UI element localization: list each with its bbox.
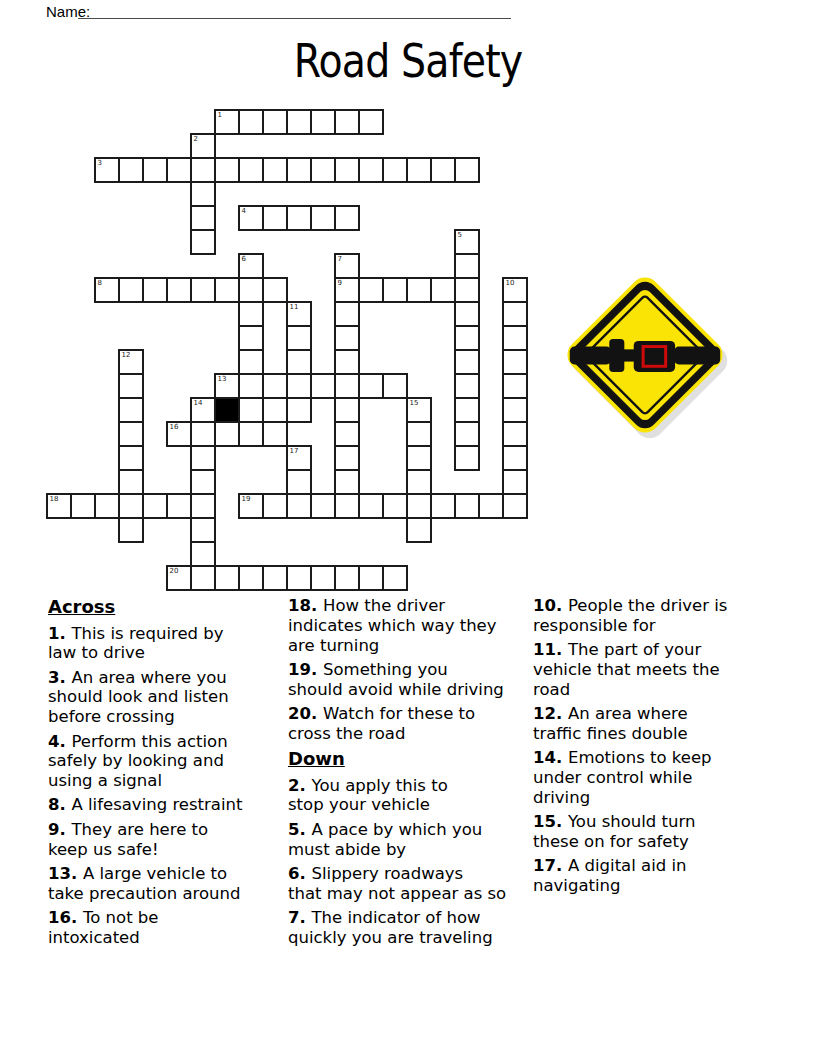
clue-19: 19. Something you should avoid while dri…: [288, 660, 543, 700]
grid-cell-r9c19[interactable]: [502, 325, 528, 351]
grid-cell-r16c11[interactable]: [310, 493, 336, 519]
grid-cell-r14c19[interactable]: [502, 445, 528, 471]
grid-cell-r8c17[interactable]: [454, 301, 480, 327]
clue-4: 4. Perform this action safely by looking…: [48, 732, 298, 791]
grid-cell-r7c8[interactable]: [238, 277, 264, 303]
grid-cell-r16c14[interactable]: [382, 493, 408, 519]
grid-cell-r7c14[interactable]: [382, 277, 408, 303]
grid-cell-r2c6[interactable]: [190, 157, 216, 183]
grid-cell-r4c6[interactable]: [190, 205, 216, 231]
clue-number-7: 7: [338, 255, 342, 263]
grid-cell-r8c10[interactable]: 11: [286, 301, 312, 327]
clue-11: 11. The part of your vehicle that meets …: [533, 640, 795, 699]
clues-column-2: 18. How the driver indicates which way t…: [288, 596, 543, 952]
clues-column-3: 10. People the driver is responsible for…: [533, 596, 795, 900]
clue-number-label: 2.: [288, 776, 312, 795]
clue-18: 18. How the driver indicates which way t…: [288, 596, 543, 655]
grid-cell-r2c13[interactable]: [358, 157, 384, 183]
grid-cell-r2c16[interactable]: [430, 157, 456, 183]
grid-cell-r10c19[interactable]: [502, 349, 528, 375]
worksheet-page: { "game": "crossword", "header": { "name…: [0, 0, 816, 1056]
grid-cell-r4c12[interactable]: [334, 205, 360, 231]
grid-cell-r12c6[interactable]: 14: [190, 397, 216, 423]
clue-number-8: 8: [98, 279, 102, 287]
down-heading: Down: [288, 748, 543, 770]
grid-cell-r2c2[interactable]: 3: [94, 157, 120, 183]
grid-cell-r7c6[interactable]: [190, 277, 216, 303]
clue-number-10: 10: [506, 279, 515, 287]
grid-cell-r2c10[interactable]: [286, 157, 312, 183]
across-heading: Across: [48, 596, 298, 618]
grid-cell-r7c5[interactable]: [166, 277, 192, 303]
grid-cell-r15c15[interactable]: [406, 469, 432, 495]
grid-cell-r10c8[interactable]: [238, 349, 264, 375]
grid-cell-r11c11[interactable]: [310, 373, 336, 399]
clue-text: Perform this action safely by looking an…: [48, 732, 228, 791]
grid-cell-r11c9[interactable]: [262, 373, 288, 399]
grid-cell-r14c15[interactable]: [406, 445, 432, 471]
grid-cell-r9c10[interactable]: [286, 325, 312, 351]
grid-cell-r14c17[interactable]: [454, 445, 480, 471]
grid-cell-r10c12[interactable]: [334, 349, 360, 375]
across-clues-list-continued: 18. How the driver indicates which way t…: [288, 596, 543, 744]
grid-cell-r7c7[interactable]: [214, 277, 240, 303]
grid-cell-r13c12[interactable]: [334, 421, 360, 447]
clue-number-11: 11: [290, 303, 299, 311]
grid-cell-r12c19[interactable]: [502, 397, 528, 423]
grid-cell-r19c5[interactable]: 20: [166, 565, 192, 591]
clue-10: 10. People the driver is responsible for: [533, 596, 795, 636]
clue-number-label: 7.: [288, 908, 312, 927]
grid-cell-r17c15[interactable]: [406, 517, 432, 543]
clue-number-label: 4.: [48, 732, 72, 751]
grid-cell-r16c8[interactable]: 19: [238, 493, 264, 519]
grid-cell-r15c19[interactable]: [502, 469, 528, 495]
clue-20: 20. Watch for these to cross the road: [288, 704, 543, 744]
clue-number-9: 9: [338, 279, 342, 287]
clue-number-20: 20: [170, 567, 179, 575]
clue-number-label: 20.: [288, 704, 323, 723]
clue-2: 2. You apply this to stop your vehicle: [288, 776, 543, 816]
grid-cell-r13c7[interactable]: [214, 421, 240, 447]
grid-cell-r12c3[interactable]: [118, 397, 144, 423]
grid-cell-r15c6[interactable]: [190, 469, 216, 495]
clue-number-label: 1.: [48, 624, 72, 643]
clue-number-3: 3: [98, 159, 102, 167]
clue-6: 6. Slippery roadways that may not appear…: [288, 864, 543, 904]
clues-column-1: Across 1. This is required by law to dri…: [48, 596, 298, 952]
grid-cell-r13c8[interactable]: [238, 421, 264, 447]
clue-number-label: 8.: [48, 795, 72, 814]
clue-number-13: 13: [218, 375, 227, 383]
grid-cell-r4c8[interactable]: 4: [238, 205, 264, 231]
grid-cell-r15c3[interactable]: [118, 469, 144, 495]
clue-number-label: 15.: [533, 812, 568, 831]
clue-number-12: 12: [122, 351, 131, 359]
clue-number-label: 19.: [288, 660, 323, 679]
clue-13: 13. A large vehicle to take precaution a…: [48, 864, 298, 904]
grid-cell-r8c8[interactable]: [238, 301, 264, 327]
clue-number-16: 16: [170, 423, 179, 431]
grid-cell-r19c6[interactable]: [190, 565, 216, 591]
grid-cell-r0c7[interactable]: 1: [214, 109, 240, 135]
grid-cell-r13c6[interactable]: [190, 421, 216, 447]
grid-cell-r7c12[interactable]: 9: [334, 277, 360, 303]
clue-number-1: 1: [218, 111, 222, 119]
grid-cell-r5c17[interactable]: 5: [454, 229, 480, 255]
grid-cell-r11c3[interactable]: [118, 373, 144, 399]
down-clues-list-continued: 10. People the driver is responsible for…: [533, 596, 795, 896]
grid-cell-r17c3[interactable]: [118, 517, 144, 543]
name-fill-in-line[interactable]: [78, 2, 511, 19]
grid-cell-r16c16[interactable]: [430, 493, 456, 519]
grid-cell-r14c3[interactable]: [118, 445, 144, 471]
grid-cell-r13c17[interactable]: [454, 421, 480, 447]
grid-cell-r11c10[interactable]: [286, 373, 312, 399]
clue-number-6: 6: [242, 255, 246, 263]
clue-number-19: 19: [242, 495, 251, 503]
grid-cell-r12c12[interactable]: [334, 397, 360, 423]
clue-number-label: 5.: [288, 820, 312, 839]
grid-cell-r2c8[interactable]: [238, 157, 264, 183]
clue-number-label: 12.: [533, 704, 568, 723]
grid-cell-r8c12[interactable]: [334, 301, 360, 327]
grid-cell-r14c6[interactable]: [190, 445, 216, 471]
grid-cell-r2c5[interactable]: [166, 157, 192, 183]
grid-cell-r12c17[interactable]: [454, 397, 480, 423]
grid-cell-r6c17[interactable]: [454, 253, 480, 279]
grid-cell-r11c8[interactable]: [238, 373, 264, 399]
clue-text: The indicator of how quickly you are tra…: [288, 908, 493, 947]
grid-cell-r4c10[interactable]: [286, 205, 312, 231]
clue-number-label: 11.: [533, 640, 568, 659]
clue-text: An area where you should look and listen…: [48, 668, 229, 727]
clue-7: 7. The indicator of how quickly you are …: [288, 908, 543, 948]
clue-number-4: 4: [242, 207, 246, 215]
grid-cell-r7c2[interactable]: 8: [94, 277, 120, 303]
crossword-grid: 1234567891011121314151617181920: [47, 110, 527, 590]
down-clues-list: 2. You apply this to stop your vehicle5.…: [288, 776, 543, 948]
grid-cell-r2c11[interactable]: [310, 157, 336, 183]
grid-cell-r16c5[interactable]: [166, 493, 192, 519]
clue-12: 12. An area where traffic fines double: [533, 704, 795, 744]
grid-cell-r4c9[interactable]: [262, 205, 288, 231]
grid-cell-r0c12[interactable]: [334, 109, 360, 135]
grid-cell-r0c10[interactable]: [286, 109, 312, 135]
clue-number-label: 6.: [288, 864, 312, 883]
grid-cell-r3c6[interactable]: [190, 181, 216, 207]
grid-cell-r19c10[interactable]: [286, 565, 312, 591]
clue-14: 14. Emotions to keep under control while…: [533, 748, 795, 807]
grid-cell-r6c12[interactable]: 7: [334, 253, 360, 279]
grid-cell-r16c4[interactable]: [142, 493, 168, 519]
grid-cell-r2c3[interactable]: [118, 157, 144, 183]
page-title: Road Safety: [65, 34, 750, 88]
grid-cell-r6c8[interactable]: 6: [238, 253, 264, 279]
grid-cell-r8c19[interactable]: [502, 301, 528, 327]
clue-number-label: 16.: [48, 908, 83, 927]
grid-cell-r7c3[interactable]: [118, 277, 144, 303]
grid-cell-r19c7[interactable]: [214, 565, 240, 591]
grid-cell-r16c12[interactable]: [334, 493, 360, 519]
clue-number-label: 13.: [48, 864, 83, 883]
grid-cell-r17c6[interactable]: [190, 517, 216, 543]
grid-cell-r14c12[interactable]: [334, 445, 360, 471]
clue-1: 1. This is required by law to drive: [48, 624, 298, 664]
grid-cell-r11c12[interactable]: [334, 373, 360, 399]
clue-8: 8. A lifesaving restraint: [48, 795, 298, 815]
grid-cell-r12c8[interactable]: [238, 397, 264, 423]
grid-cell-r0c9[interactable]: [262, 109, 288, 135]
clue-number-label: 3.: [48, 668, 72, 687]
grid-cell-r19c11[interactable]: [310, 565, 336, 591]
grid-cell-r2c7[interactable]: [214, 157, 240, 183]
clue-number-14: 14: [194, 399, 203, 407]
grid-cell-r16c2[interactable]: [94, 493, 120, 519]
clue-3: 3. An area where you should look and lis…: [48, 668, 298, 727]
grid-cell-r2c15[interactable]: [406, 157, 432, 183]
grid-cell-r13c15[interactable]: [406, 421, 432, 447]
grid-cell-r16c6[interactable]: [190, 493, 216, 519]
grid-cell-r0c8[interactable]: [238, 109, 264, 135]
grid-cell-r16c13[interactable]: [358, 493, 384, 519]
grid-cell-r13c5[interactable]: 16: [166, 421, 192, 447]
grid-cell-r2c9[interactable]: [262, 157, 288, 183]
clue-5: 5. A pace by which you must abide by: [288, 820, 543, 860]
clue-15: 15. You should turn these on for safety: [533, 812, 795, 852]
grid-cell-r16c10[interactable]: [286, 493, 312, 519]
clue-text: This is required by law to drive: [48, 624, 224, 663]
grid-cell-r12c10[interactable]: [286, 397, 312, 423]
grid-cell-r19c13[interactable]: [358, 565, 384, 591]
grid-cell-r11c13[interactable]: [358, 373, 384, 399]
grid-cell-r12c15[interactable]: 15: [406, 397, 432, 423]
clue-16: 16. To not be intoxicated: [48, 908, 298, 948]
clue-number-label: 17.: [533, 856, 568, 875]
clue-number-18: 18: [50, 495, 59, 503]
grid-cell-r0c11[interactable]: [310, 109, 336, 135]
grid-cell-r2c12[interactable]: [334, 157, 360, 183]
seatbelt-sign: [551, 261, 739, 449]
clue-17: 17. A digital aid in navigating: [533, 856, 795, 896]
grid-cell-r10c10[interactable]: [286, 349, 312, 375]
grid-cell-r7c16[interactable]: [430, 277, 456, 303]
clue-number-label: 18.: [288, 596, 323, 615]
grid-cell-r16c9[interactable]: [262, 493, 288, 519]
clue-text: They are here to keep us safe!: [48, 820, 208, 859]
grid-cell-r7c19[interactable]: 10: [502, 277, 528, 303]
grid-cell-r7c9[interactable]: [262, 277, 288, 303]
grid-cell-r16c17[interactable]: [454, 493, 480, 519]
grid-cell-r7c13[interactable]: [358, 277, 384, 303]
grid-cell-r14c10[interactable]: 17: [286, 445, 312, 471]
grid-cell-r18c6[interactable]: [190, 541, 216, 567]
grid-cell-r5c6[interactable]: [190, 229, 216, 255]
clue-number-5: 5: [458, 231, 462, 239]
grid-cell-r11c17[interactable]: [454, 373, 480, 399]
grid-cell-r7c15[interactable]: [406, 277, 432, 303]
grid-cell-r15c12[interactable]: [334, 469, 360, 495]
grid-cell-r10c17[interactable]: [454, 349, 480, 375]
clue-number-17: 17: [290, 447, 299, 455]
grid-cell-r9c12[interactable]: [334, 325, 360, 351]
grid-cell-r2c17[interactable]: [454, 157, 480, 183]
grid-cell-r13c9[interactable]: [262, 421, 288, 447]
grid-cell-r11c7[interactable]: 13: [214, 373, 240, 399]
black-cell: [214, 397, 240, 423]
across-clues-list: 1. This is required by law to drive3. An…: [48, 624, 298, 948]
grid-cell-r13c19[interactable]: [502, 421, 528, 447]
clue-text: A pace by which you must abide by: [288, 820, 482, 859]
grid-cell-r19c12[interactable]: [334, 565, 360, 591]
grid-cell-r15c10[interactable]: [286, 469, 312, 495]
clue-number-label: 9.: [48, 820, 72, 839]
grid-cell-r9c17[interactable]: [454, 325, 480, 351]
grid-cell-r19c9[interactable]: [262, 565, 288, 591]
clue-number-2: 2: [194, 135, 198, 143]
clue-9: 9. They are here to keep us safe!: [48, 820, 298, 860]
clue-text: You apply this to stop your vehicle: [288, 776, 448, 815]
clue-text: Slippery roadways that may not appear as…: [288, 864, 506, 903]
grid-cell-r11c19[interactable]: [502, 373, 528, 399]
grid-cell-r19c8[interactable]: [238, 565, 264, 591]
grid-cell-r13c3[interactable]: [118, 421, 144, 447]
grid-cell-r16c19[interactable]: [502, 493, 528, 519]
grid-cell-r16c3[interactable]: [118, 493, 144, 519]
grid-cell-r0c13[interactable]: [358, 109, 384, 135]
grid-cell-r16c15[interactable]: [406, 493, 432, 519]
grid-cell-r4c11[interactable]: [310, 205, 336, 231]
grid-cell-r16c1[interactable]: [70, 493, 96, 519]
clue-number-label: 14.: [533, 748, 568, 767]
grid-cell-r7c17[interactable]: [454, 277, 480, 303]
grid-cell-r16c18[interactable]: [478, 493, 504, 519]
clue-number-label: 10.: [533, 596, 568, 615]
grid-cell-r16c0[interactable]: 18: [46, 493, 72, 519]
grid-cell-r2c4[interactable]: [142, 157, 168, 183]
clue-number-15: 15: [410, 399, 419, 407]
grid-cell-r9c8[interactable]: [238, 325, 264, 351]
grid-cell-r10c3[interactable]: 12: [118, 349, 144, 375]
grid-cell-r1c6[interactable]: 2: [190, 133, 216, 159]
grid-cell-r19c14[interactable]: [382, 565, 408, 591]
grid-cell-r11c14[interactable]: [382, 373, 408, 399]
clue-text: A lifesaving restraint: [72, 795, 243, 814]
grid-cell-r7c4[interactable]: [142, 277, 168, 303]
grid-cell-r2c14[interactable]: [382, 157, 408, 183]
